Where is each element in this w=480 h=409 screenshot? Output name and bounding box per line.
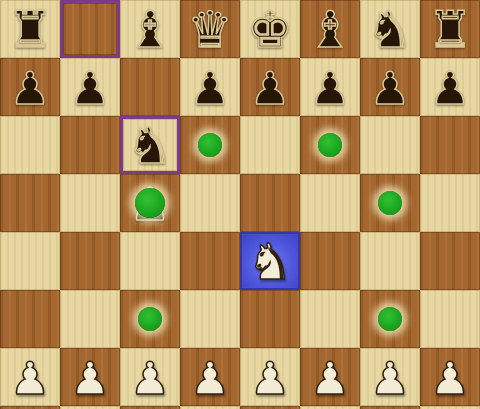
black-pawn[interactable]: ♟ — [250, 66, 290, 111]
black-bishop[interactable]: ♝ — [128, 5, 173, 55]
square-c3[interactable] — [120, 290, 180, 348]
white-pawn[interactable]: ♟ — [70, 356, 110, 401]
legal-move-dot[interactable] — [318, 133, 342, 157]
square-d5[interactable] — [180, 174, 240, 232]
square-h5[interactable] — [420, 174, 480, 232]
square-f7[interactable]: ♟ — [300, 58, 360, 116]
black-knight[interactable]: ♞ — [128, 121, 173, 171]
square-g3[interactable] — [360, 290, 420, 348]
square-b4[interactable] — [60, 232, 120, 290]
legal-move-dot[interactable] — [378, 307, 402, 331]
square-a8[interactable]: ♜ — [0, 0, 60, 58]
black-pawn[interactable]: ♟ — [310, 66, 350, 111]
black-rook[interactable]: ♜ — [8, 5, 53, 55]
square-h6[interactable] — [420, 116, 480, 174]
square-e3[interactable] — [240, 290, 300, 348]
white-pawn[interactable]: ♟ — [130, 356, 170, 401]
square-b2[interactable]: ♟ — [60, 348, 120, 406]
square-a6[interactable] — [0, 116, 60, 174]
square-e8[interactable]: ♚ — [240, 0, 300, 58]
square-b7[interactable]: ♟ — [60, 58, 120, 116]
chess-app-screen: ♜♝♛♚♝♞♜♟♟♟♟♟♟♟♞♟♞♟♟♟♟♟♟♟♟♜♝♛♚♝♞♜ — [0, 0, 480, 409]
white-pawn[interactable]: ♟ — [190, 356, 230, 401]
square-c6[interactable]: ♞ — [120, 116, 180, 174]
square-f8[interactable]: ♝ — [300, 0, 360, 58]
square-b8[interactable] — [60, 0, 120, 58]
square-a7[interactable]: ♟ — [0, 58, 60, 116]
square-g5[interactable] — [360, 174, 420, 232]
black-pawn[interactable]: ♟ — [70, 66, 110, 111]
square-e4[interactable]: ♞ — [240, 232, 300, 290]
square-c5[interactable]: ♟ — [120, 174, 180, 232]
square-e5[interactable] — [240, 174, 300, 232]
square-b5[interactable] — [60, 174, 120, 232]
square-c4[interactable] — [120, 232, 180, 290]
square-f5[interactable] — [300, 174, 360, 232]
square-h3[interactable] — [420, 290, 480, 348]
black-pawn[interactable]: ♟ — [370, 66, 410, 111]
square-g7[interactable]: ♟ — [360, 58, 420, 116]
black-rook[interactable]: ♜ — [428, 5, 473, 55]
black-pawn[interactable]: ♟ — [430, 66, 470, 111]
square-f6[interactable] — [300, 116, 360, 174]
square-d4[interactable] — [180, 232, 240, 290]
square-a5[interactable] — [0, 174, 60, 232]
square-d7[interactable]: ♟ — [180, 58, 240, 116]
square-c8[interactable]: ♝ — [120, 0, 180, 58]
black-pawn[interactable]: ♟ — [190, 66, 230, 111]
square-a4[interactable] — [0, 232, 60, 290]
black-pawn[interactable]: ♟ — [10, 66, 50, 111]
square-f3[interactable] — [300, 290, 360, 348]
white-knight[interactable]: ♞ — [248, 237, 293, 287]
square-h2[interactable]: ♟ — [420, 348, 480, 406]
square-h8[interactable]: ♜ — [420, 0, 480, 58]
square-c2[interactable]: ♟ — [120, 348, 180, 406]
white-pawn[interactable]: ♟ — [310, 356, 350, 401]
black-knight[interactable]: ♞ — [368, 5, 413, 55]
legal-move-dot[interactable] — [378, 191, 402, 215]
square-b6[interactable] — [60, 116, 120, 174]
square-g8[interactable]: ♞ — [360, 0, 420, 58]
chess-board: ♜♝♛♚♝♞♜♟♟♟♟♟♟♟♞♟♞♟♟♟♟♟♟♟♟♜♝♛♚♝♞♜ — [0, 0, 480, 409]
square-f2[interactable]: ♟ — [300, 348, 360, 406]
square-b3[interactable] — [60, 290, 120, 348]
square-e2[interactable]: ♟ — [240, 348, 300, 406]
white-pawn[interactable]: ♟ — [430, 356, 470, 401]
square-c7[interactable] — [120, 58, 180, 116]
square-d3[interactable] — [180, 290, 240, 348]
square-a2[interactable]: ♟ — [0, 348, 60, 406]
square-a3[interactable] — [0, 290, 60, 348]
black-king[interactable]: ♚ — [248, 5, 293, 55]
square-d6[interactable] — [180, 116, 240, 174]
white-pawn[interactable]: ♟ — [250, 356, 290, 401]
square-h7[interactable]: ♟ — [420, 58, 480, 116]
square-f4[interactable] — [300, 232, 360, 290]
black-bishop[interactable]: ♝ — [308, 5, 353, 55]
square-g4[interactable] — [360, 232, 420, 290]
square-d8[interactable]: ♛ — [180, 0, 240, 58]
square-g2[interactable]: ♟ — [360, 348, 420, 406]
square-e7[interactable]: ♟ — [240, 58, 300, 116]
square-d2[interactable]: ♟ — [180, 348, 240, 406]
white-pawn[interactable]: ♟ — [10, 356, 50, 401]
black-queen[interactable]: ♛ — [188, 5, 233, 55]
legal-move-dot[interactable] — [198, 133, 222, 157]
capture-target-dot[interactable] — [135, 188, 165, 218]
square-h4[interactable] — [420, 232, 480, 290]
white-pawn[interactable]: ♟ — [370, 356, 410, 401]
square-g6[interactable] — [360, 116, 420, 174]
legal-move-dot[interactable] — [138, 307, 162, 331]
square-e6[interactable] — [240, 116, 300, 174]
